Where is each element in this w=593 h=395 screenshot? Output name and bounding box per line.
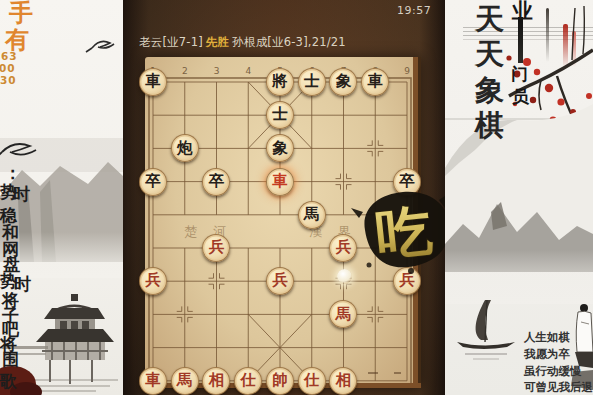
piece-char: 兵 xyxy=(336,240,352,256)
crane-icon xyxy=(86,41,114,52)
decor-char: 手 xyxy=(9,1,33,25)
piece-char: 車 xyxy=(367,74,383,90)
piece-black-車[interactable]: 車 xyxy=(361,68,389,96)
piece-char: 兵 xyxy=(399,273,415,289)
piece-char: 帥 xyxy=(272,373,288,389)
piece-char: 士 xyxy=(272,107,288,123)
piece-red-車[interactable]: 車 xyxy=(139,367,167,395)
piece-red-相[interactable]: 相 xyxy=(329,367,357,395)
poem-line: 我愿为卒 xyxy=(524,346,593,363)
piece-red-馬[interactable]: 馬 xyxy=(171,367,199,395)
piece-black-卒[interactable]: 卒 xyxy=(393,168,421,196)
piece-red-馬[interactable]: 馬 xyxy=(329,300,357,328)
piece-char: 車 xyxy=(145,74,161,90)
app-name-char: 天 xyxy=(475,4,504,35)
piece-red-仕[interactable]: 仕 xyxy=(298,367,326,395)
piece-black-卒[interactable]: 卒 xyxy=(139,168,167,196)
piece-char: 炮 xyxy=(177,141,193,157)
result-label: 先胜 xyxy=(203,35,232,49)
right-decor-panel: 天天象棋 人生如棋我愿为卒虽行动缓慢可曾见我后退 业门员 xyxy=(445,0,593,395)
move-origin-marker xyxy=(337,269,352,284)
piece-char: 仕 xyxy=(240,373,256,389)
mist-fade xyxy=(445,250,593,304)
piece-char: 車 xyxy=(272,174,288,190)
app-name-char: 棋 xyxy=(475,110,504,141)
app-name-char: 象 xyxy=(475,75,504,106)
piece-char: 仕 xyxy=(304,373,320,389)
piece-char: 卒 xyxy=(209,174,225,190)
decor-char: 围 xyxy=(2,351,19,368)
piece-black-象[interactable]: 象 xyxy=(266,134,294,162)
calligraphy-stroke xyxy=(518,17,523,63)
poem-line: 可曾见我后退 xyxy=(524,379,593,395)
piece-black-炮[interactable]: 炮 xyxy=(171,134,199,162)
piece-black-將[interactable]: 將 xyxy=(266,68,294,96)
piece-black-卒[interactable]: 卒 xyxy=(202,168,230,196)
decor-char: 63 xyxy=(1,51,18,62)
piece-char: 象 xyxy=(272,141,288,157)
piece-red-兵[interactable]: 兵 xyxy=(202,234,230,262)
piece-red-帥[interactable]: 帥 xyxy=(266,367,294,395)
piece-red-兵[interactable]: 兵 xyxy=(393,267,421,295)
piece-black-馬[interactable]: 馬 xyxy=(298,201,326,229)
piece-red-仕[interactable]: 仕 xyxy=(234,367,262,395)
move-counter: ,21/21 xyxy=(308,35,346,49)
piece-red-兵[interactable]: 兵 xyxy=(266,267,294,295)
piece-black-士[interactable]: 士 xyxy=(266,101,294,129)
piece-red-相[interactable]: 相 xyxy=(202,367,230,395)
pieces-grid: 車將士象車士炮象卒卒卒馬車兵兵兵兵兵馬車馬相仕帥仕相 xyxy=(137,65,423,395)
piece-char: 將 xyxy=(272,74,288,90)
piece-char: 車 xyxy=(145,373,161,389)
poem-line: 人生如棋 xyxy=(524,329,593,346)
piece-red-車[interactable]: 車 xyxy=(266,168,294,196)
red-player-name: 老云[业7-1] xyxy=(139,35,203,49)
decor-char: 业 xyxy=(512,1,533,22)
piece-red-兵[interactable]: 兵 xyxy=(139,267,167,295)
system-clock: 19:57 xyxy=(397,4,431,17)
decor-char: ： xyxy=(4,165,21,182)
piece-char: 卒 xyxy=(145,174,161,190)
piece-char: 士 xyxy=(304,74,320,90)
piece-black-士[interactable]: 士 xyxy=(298,68,326,96)
left-decor-panel: 手有630030：势时稳和网盘势时将子吧将围歌 xyxy=(0,0,123,395)
decor-char: 时 xyxy=(13,186,30,203)
snow-mountain xyxy=(445,104,593,240)
decor-char: 30 xyxy=(0,75,17,86)
decor-char: 00 xyxy=(0,63,16,74)
piece-red-兵[interactable]: 兵 xyxy=(329,234,357,262)
piece-char: 馬 xyxy=(304,207,320,223)
decor-char: 歌 xyxy=(0,373,17,390)
game-screen: 19:57 老云[业7-1]先胜孙根成[业6-3],21/21 12345678… xyxy=(123,0,445,395)
boat-icon xyxy=(457,300,515,359)
piece-char: 馬 xyxy=(336,307,352,323)
match-result-header: 老云[业7-1]先胜孙根成[业6-3],21/21 xyxy=(139,35,346,50)
app-name-char: 天 xyxy=(475,39,504,70)
piece-char: 相 xyxy=(336,373,352,389)
piece-char: 馬 xyxy=(177,373,193,389)
decor-char: 员 xyxy=(512,88,529,105)
xiangqi-board[interactable]: 123456789楚 河漢 界 車將士象車士炮象卒卒卒馬車兵兵兵兵兵馬車馬相仕帥… xyxy=(145,57,421,388)
screenshot-stage: 手有630030：势时稳和网盘势时将子吧将围歌 19:57 老云[业7-1]先胜… xyxy=(0,0,593,395)
piece-char: 卒 xyxy=(399,174,415,190)
poem-text: 人生如棋我愿为卒虽行动缓慢可曾见我后退 xyxy=(524,329,593,395)
decor-char: 门 xyxy=(511,66,528,83)
piece-char: 兵 xyxy=(209,240,225,256)
piece-char: 相 xyxy=(209,373,225,389)
decor-char: 有 xyxy=(5,28,29,52)
app-name-vertical: 天天象棋 xyxy=(475,4,504,141)
piece-char: 兵 xyxy=(145,273,161,289)
piece-char: 象 xyxy=(336,74,352,90)
piece-black-象[interactable]: 象 xyxy=(329,68,357,96)
poem-line: 虽行动缓慢 xyxy=(524,363,593,380)
piece-char: 兵 xyxy=(272,273,288,289)
black-player-name: 孙根成[业6-3] xyxy=(232,35,308,49)
piece-black-車[interactable]: 車 xyxy=(139,68,167,96)
